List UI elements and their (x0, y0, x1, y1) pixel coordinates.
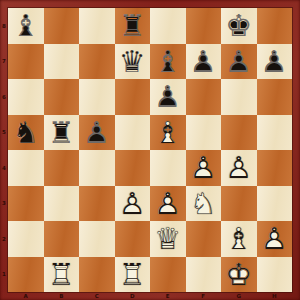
piece-fill-glyph: ♞ (8, 115, 44, 151)
piece-outline-glyph: ♙ (79, 115, 115, 151)
square-h3[interactable] (257, 186, 293, 222)
piece-fill-glyph: ♟ (115, 186, 151, 222)
piece-outline-glyph: ♗ (221, 221, 257, 257)
black-knight: ♞♘ (8, 115, 44, 151)
square-c8[interactable] (79, 8, 115, 44)
piece-fill-glyph: ♟ (221, 44, 257, 80)
white-pawn: ♟♙ (186, 150, 222, 186)
square-a4[interactable] (8, 150, 44, 186)
piece-fill-glyph: ♟ (150, 79, 186, 115)
square-b3[interactable] (44, 186, 80, 222)
black-rook: ♜♖ (44, 115, 80, 151)
square-d3[interactable]: ♟♙ (115, 186, 151, 222)
white-pawn: ♟♙ (115, 186, 151, 222)
square-c6[interactable] (79, 79, 115, 115)
square-g7[interactable]: ♟♙ (221, 44, 257, 80)
piece-outline-glyph: ♗ (150, 44, 186, 80)
piece-fill-glyph: ♜ (44, 257, 80, 293)
square-g6[interactable] (221, 79, 257, 115)
square-c1[interactable] (79, 257, 115, 293)
square-f5[interactable] (186, 115, 222, 151)
square-d6[interactable] (115, 79, 151, 115)
square-a8[interactable]: ♝♗ (8, 8, 44, 44)
square-a3[interactable] (8, 186, 44, 222)
piece-fill-glyph: ♚ (221, 257, 257, 293)
piece-fill-glyph: ♚ (221, 8, 257, 44)
square-g2[interactable]: ♝♗ (221, 221, 257, 257)
piece-outline-glyph: ♙ (257, 44, 293, 80)
square-e8[interactable] (150, 8, 186, 44)
piece-fill-glyph: ♛ (115, 44, 151, 80)
piece-fill-glyph: ♝ (221, 221, 257, 257)
piece-fill-glyph: ♟ (79, 115, 115, 151)
piece-outline-glyph: ♗ (150, 115, 186, 151)
square-f4[interactable]: ♟♙ (186, 150, 222, 186)
white-king: ♚♔ (221, 257, 257, 293)
black-queen: ♛♕ (115, 44, 151, 80)
square-f3[interactable]: ♞♘ (186, 186, 222, 222)
square-f2[interactable] (186, 221, 222, 257)
rank-label-8: 8 (0, 8, 8, 44)
square-h6[interactable] (257, 79, 293, 115)
square-a1[interactable] (8, 257, 44, 293)
square-e6[interactable]: ♟♙ (150, 79, 186, 115)
square-d4[interactable] (115, 150, 151, 186)
piece-outline-glyph: ♙ (186, 150, 222, 186)
piece-outline-glyph: ♖ (44, 257, 80, 293)
chess-board-frame: ♝♗♜♖♚♔♛♕♝♗♟♙♟♙♟♙♟♙♞♘♜♖♟♙♝♗♟♙♟♙♟♙♟♙♞♘♛♕♝♗… (0, 0, 300, 300)
white-rook: ♜♖ (115, 257, 151, 293)
square-a7[interactable] (8, 44, 44, 80)
piece-outline-glyph: ♙ (150, 186, 186, 222)
piece-outline-glyph: ♕ (150, 221, 186, 257)
rank-label-7: 7 (0, 44, 8, 80)
square-c5[interactable]: ♟♙ (79, 115, 115, 151)
square-e1[interactable] (150, 257, 186, 293)
piece-outline-glyph: ♙ (221, 44, 257, 80)
square-c7[interactable] (79, 44, 115, 80)
square-b1[interactable]: ♜♖ (44, 257, 80, 293)
square-h5[interactable] (257, 115, 293, 151)
square-d7[interactable]: ♛♕ (115, 44, 151, 80)
piece-fill-glyph: ♞ (186, 186, 222, 222)
chess-board: ♝♗♜♖♚♔♛♕♝♗♟♙♟♙♟♙♟♙♞♘♜♖♟♙♝♗♟♙♟♙♟♙♟♙♞♘♛♕♝♗… (8, 8, 292, 292)
square-h4[interactable] (257, 150, 293, 186)
file-label-h: H (257, 292, 293, 300)
square-a2[interactable] (8, 221, 44, 257)
white-pawn: ♟♙ (257, 221, 293, 257)
piece-outline-glyph: ♗ (8, 8, 44, 44)
black-pawn: ♟♙ (79, 115, 115, 151)
piece-fill-glyph: ♟ (221, 150, 257, 186)
piece-fill-glyph: ♟ (257, 221, 293, 257)
square-d1[interactable]: ♜♖ (115, 257, 151, 293)
square-f7[interactable]: ♟♙ (186, 44, 222, 80)
piece-fill-glyph: ♟ (150, 186, 186, 222)
white-pawn: ♟♙ (221, 150, 257, 186)
file-labels: ABCDEFGH (8, 292, 292, 300)
white-bishop: ♝♗ (150, 115, 186, 151)
piece-outline-glyph: ♖ (115, 257, 151, 293)
piece-outline-glyph: ♙ (115, 186, 151, 222)
piece-fill-glyph: ♟ (186, 150, 222, 186)
square-e4[interactable] (150, 150, 186, 186)
piece-outline-glyph: ♕ (115, 44, 151, 80)
black-bishop: ♝♗ (8, 8, 44, 44)
square-h1[interactable] (257, 257, 293, 293)
square-f8[interactable] (186, 8, 222, 44)
white-rook: ♜♖ (44, 257, 80, 293)
square-f1[interactable] (186, 257, 222, 293)
file-label-e: E (150, 292, 186, 300)
piece-fill-glyph: ♜ (44, 115, 80, 151)
square-g8[interactable]: ♚♔ (221, 8, 257, 44)
piece-fill-glyph: ♝ (8, 8, 44, 44)
white-pawn: ♟♙ (150, 186, 186, 222)
square-h2[interactable]: ♟♙ (257, 221, 293, 257)
square-b6[interactable] (44, 79, 80, 115)
piece-fill-glyph: ♜ (115, 257, 151, 293)
piece-outline-glyph: ♙ (150, 79, 186, 115)
rank-label-2: 2 (0, 221, 8, 257)
rank-labels: 87654321 (0, 8, 8, 292)
piece-fill-glyph: ♜ (115, 8, 151, 44)
rank-label-5: 5 (0, 115, 8, 151)
square-g4[interactable]: ♟♙ (221, 150, 257, 186)
square-g5[interactable] (221, 115, 257, 151)
rank-label-1: 1 (0, 257, 8, 293)
black-pawn: ♟♙ (150, 79, 186, 115)
square-f6[interactable] (186, 79, 222, 115)
square-h8[interactable] (257, 8, 293, 44)
rank-label-3: 3 (0, 186, 8, 222)
piece-outline-glyph: ♙ (221, 150, 257, 186)
file-label-f: F (186, 292, 222, 300)
piece-outline-glyph: ♔ (221, 8, 257, 44)
square-e7[interactable]: ♝♗ (150, 44, 186, 80)
black-rook: ♜♖ (115, 8, 151, 44)
piece-outline-glyph: ♘ (8, 115, 44, 151)
piece-outline-glyph: ♙ (186, 44, 222, 80)
square-a6[interactable] (8, 79, 44, 115)
piece-outline-glyph: ♖ (44, 115, 80, 151)
black-king: ♚♔ (221, 8, 257, 44)
square-e2[interactable]: ♛♕ (150, 221, 186, 257)
square-d2[interactable] (115, 221, 151, 257)
white-queen: ♛♕ (150, 221, 186, 257)
piece-fill-glyph: ♝ (150, 115, 186, 151)
piece-fill-glyph: ♝ (150, 44, 186, 80)
white-knight: ♞♘ (186, 186, 222, 222)
square-a5[interactable]: ♞♘ (8, 115, 44, 151)
piece-outline-glyph: ♔ (221, 257, 257, 293)
square-b2[interactable] (44, 221, 80, 257)
file-label-g: G (221, 292, 257, 300)
rank-label-6: 6 (0, 79, 8, 115)
square-b7[interactable] (44, 44, 80, 80)
piece-outline-glyph: ♙ (257, 221, 293, 257)
rank-label-4: 4 (0, 150, 8, 186)
square-e5[interactable]: ♝♗ (150, 115, 186, 151)
square-g1[interactable]: ♚♔ (221, 257, 257, 293)
square-b8[interactable] (44, 8, 80, 44)
square-d5[interactable] (115, 115, 151, 151)
piece-fill-glyph: ♛ (150, 221, 186, 257)
black-bishop: ♝♗ (150, 44, 186, 80)
square-e3[interactable]: ♟♙ (150, 186, 186, 222)
black-pawn: ♟♙ (257, 44, 293, 80)
square-h7[interactable]: ♟♙ (257, 44, 293, 80)
file-label-b: B (44, 292, 80, 300)
file-label-c: C (79, 292, 115, 300)
piece-outline-glyph: ♖ (115, 8, 151, 44)
square-c2[interactable] (79, 221, 115, 257)
square-c3[interactable] (79, 186, 115, 222)
white-bishop: ♝♗ (221, 221, 257, 257)
square-d8[interactable]: ♜♖ (115, 8, 151, 44)
square-b5[interactable]: ♜♖ (44, 115, 80, 151)
file-label-a: A (8, 292, 44, 300)
square-b4[interactable] (44, 150, 80, 186)
black-pawn: ♟♙ (221, 44, 257, 80)
file-label-d: D (115, 292, 151, 300)
square-g3[interactable] (221, 186, 257, 222)
piece-fill-glyph: ♟ (257, 44, 293, 80)
black-pawn: ♟♙ (186, 44, 222, 80)
piece-fill-glyph: ♟ (186, 44, 222, 80)
square-c4[interactable] (79, 150, 115, 186)
piece-outline-glyph: ♘ (186, 186, 222, 222)
